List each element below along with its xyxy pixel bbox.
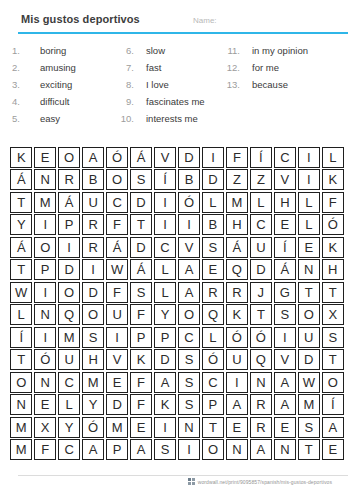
word-label: fast — [146, 62, 161, 73]
grid-cell-r11c1[interactable]: O — [10, 372, 32, 393]
word-number: 8. — [118, 79, 134, 90]
grid-cell-r5c4[interactable]: R — [82, 237, 104, 258]
grid-cell-r10c10[interactable]: U — [226, 349, 248, 370]
word-number: 5. — [10, 113, 20, 124]
word-number: 9. — [118, 96, 134, 107]
grid-cell-r11c4[interactable]: M — [82, 372, 104, 393]
grid-cell-r6c8[interactable]: A — [178, 259, 200, 280]
grid-cell-r4c6[interactable]: T — [130, 214, 152, 235]
grid-cell-r3c9[interactable]: L — [202, 192, 224, 213]
grid-cell-r2c13[interactable]: I — [298, 169, 320, 190]
grid-cell-r3c14[interactable]: F — [322, 192, 344, 213]
grid-cell-r10c9[interactable]: Ó — [202, 349, 224, 370]
wordwall-logo-icon — [188, 478, 195, 485]
word-number: 2. — [10, 62, 20, 73]
grid-cell-r11c8[interactable]: S — [178, 372, 200, 393]
word-list-item: 11.in my opinion — [224, 42, 308, 59]
grid-cell-r1c5[interactable]: Ó — [106, 147, 128, 168]
grid-cell-r2c9[interactable]: D — [202, 169, 224, 190]
grid-cell-r2c5[interactable]: O — [106, 169, 128, 190]
grid-cell-r12c6[interactable]: F — [130, 394, 152, 415]
grid-cell-r13c7[interactable]: I — [154, 417, 176, 438]
grid-cell-r3c11[interactable]: L — [250, 192, 272, 213]
grid-cell-r10c8[interactable]: S — [178, 349, 200, 370]
grid-cell-r14c12[interactable]: N — [274, 439, 296, 460]
word-label: slow — [146, 45, 165, 56]
grid-cell-r2c12[interactable]: V — [274, 169, 296, 190]
grid-cell-r8c7[interactable]: Y — [154, 304, 176, 325]
grid-cell-r13c4[interactable]: Ó — [82, 417, 104, 438]
grid-cell-r14c11[interactable]: A — [250, 439, 272, 460]
word-label: because — [252, 79, 288, 90]
grid-cell-r11c10[interactable]: I — [226, 372, 248, 393]
grid-cell-r2c8[interactable]: B — [178, 169, 200, 190]
grid-cell-r2c7[interactable]: Í — [154, 169, 176, 190]
grid-cell-r13c3[interactable]: Y — [58, 417, 80, 438]
grid-cell-r12c5[interactable]: D — [106, 394, 128, 415]
grid-cell-r4c13[interactable]: L — [298, 214, 320, 235]
grid-cell-r5c11[interactable]: U — [250, 237, 272, 258]
grid-cell-r10c12[interactable]: V — [274, 349, 296, 370]
word-number: 12. — [224, 62, 240, 73]
grid-cell-r10c6[interactable]: K — [130, 349, 152, 370]
grid-cell-r2c10[interactable]: Z — [226, 169, 248, 190]
grid-cell-r9c14[interactable]: S — [322, 327, 344, 348]
grid-cell-r6c6[interactable]: Á — [130, 259, 152, 280]
grid-cell-r5c3[interactable]: I — [58, 237, 80, 258]
grid-cell-r9c10[interactable]: Ó — [226, 327, 248, 348]
grid-cell-r7c12[interactable]: G — [274, 282, 296, 303]
grid-cell-r3c10[interactable]: M — [226, 192, 248, 213]
grid-cell-r3c5[interactable]: C — [106, 192, 128, 213]
grid-cell-r9c2[interactable]: I — [34, 327, 56, 348]
grid-cell-r9c8[interactable]: C — [178, 327, 200, 348]
grid-cell-r13c11[interactable]: R — [250, 417, 272, 438]
word-list-item: 4.difficult — [10, 93, 76, 110]
grid-cell-r4c7[interactable]: I — [154, 214, 176, 235]
grid-cell-r6c4[interactable]: I — [82, 259, 104, 280]
grid-cell-r11c12[interactable]: A — [274, 372, 296, 393]
grid-cell-r5c1[interactable]: Á — [10, 237, 32, 258]
grid-cell-r13c1[interactable]: M — [10, 417, 32, 438]
word-search-grid: KEOAÓÁVDIFÍCILÁNRBOSÍBDZZVIKTMÁUCDIÓLMLH… — [10, 147, 344, 460]
word-label: interests me — [146, 113, 198, 124]
grid-cell-r6c9[interactable]: E — [202, 259, 224, 280]
grid-cell-r10c4[interactable]: H — [82, 349, 104, 370]
grid-cell-r8c3[interactable]: Q — [58, 304, 80, 325]
grid-cell-r6c1[interactable]: T — [10, 259, 32, 280]
word-list-item: 12.for me — [224, 59, 308, 76]
word-list-column-1: 1.boring2.amusing3.exciting4.difficult5.… — [10, 42, 76, 127]
grid-cell-r2c3[interactable]: R — [58, 169, 80, 190]
grid-cell-r1c10[interactable]: F — [226, 147, 248, 168]
grid-cell-r14c8[interactable]: I — [178, 439, 200, 460]
word-list-item: 9.fascinates me — [118, 93, 205, 110]
title-divider — [18, 32, 348, 34]
worksheet-page: Mis gustos deportivos Name: 1.boring2.am… — [0, 0, 353, 500]
grid-cell-r9c13[interactable]: U — [298, 327, 320, 348]
grid-cell-r10c1[interactable]: T — [10, 349, 32, 370]
word-number: 11. — [224, 45, 240, 56]
grid-cell-r2c6[interactable]: S — [130, 169, 152, 190]
grid-cell-r13c14[interactable]: A — [322, 417, 344, 438]
grid-cell-r1c13[interactable]: I — [298, 147, 320, 168]
grid-cell-r2c14[interactable]: K — [322, 169, 344, 190]
grid-cell-r6c14[interactable]: H — [322, 259, 344, 280]
grid-cell-r13c2[interactable]: X — [34, 417, 56, 438]
grid-cell-r10c5[interactable]: V — [106, 349, 128, 370]
grid-cell-r7c13[interactable]: T — [298, 282, 320, 303]
grid-cell-r2c2[interactable]: N — [34, 169, 56, 190]
grid-cell-r7c4[interactable]: D — [82, 282, 104, 303]
word-number: 10. — [118, 113, 134, 124]
grid-cell-r8c9[interactable]: Q — [202, 304, 224, 325]
grid-cell-r1c9[interactable]: I — [202, 147, 224, 168]
grid-cell-r6c10[interactable]: Q — [226, 259, 248, 280]
grid-cell-r5c14[interactable]: K — [322, 237, 344, 258]
grid-cell-r12c7[interactable]: K — [154, 394, 176, 415]
word-list-item: 6.slow — [118, 42, 205, 59]
grid-cell-r9c4[interactable]: S — [82, 327, 104, 348]
grid-cell-r4c8[interactable]: I — [178, 214, 200, 235]
grid-cell-r1c7[interactable]: V — [154, 147, 176, 168]
word-label: for me — [252, 62, 279, 73]
word-list-column-3: 11.in my opinion12.for me13.because — [224, 42, 308, 93]
grid-cell-r2c1[interactable]: Á — [10, 169, 32, 190]
grid-cell-r3c1[interactable]: T — [10, 192, 32, 213]
grid-cell-r12c10[interactable]: A — [226, 394, 248, 415]
grid-cell-r11c2[interactable]: N — [34, 372, 56, 393]
grid-cell-r12c3[interactable]: L — [58, 394, 80, 415]
grid-cell-r13c12[interactable]: E — [274, 417, 296, 438]
grid-cell-r8c8[interactable]: O — [178, 304, 200, 325]
word-number: 4. — [10, 96, 20, 107]
footer: wordwall.net/print/9095857/spanish/mis-g… — [188, 478, 332, 485]
grid-cell-r6c13[interactable]: N — [298, 259, 320, 280]
grid-cell-r10c14[interactable]: T — [322, 349, 344, 370]
word-list-item: 7.fast — [118, 59, 205, 76]
grid-cell-r4c1[interactable]: Y — [10, 214, 32, 235]
grid-cell-r7c5[interactable]: F — [106, 282, 128, 303]
grid-cell-r10c7[interactable]: D — [154, 349, 176, 370]
grid-cell-r13c8[interactable]: N — [178, 417, 200, 438]
grid-cell-r3c6[interactable]: D — [130, 192, 152, 213]
grid-cell-r11c7[interactable]: A — [154, 372, 176, 393]
grid-cell-r6c12[interactable]: Á — [274, 259, 296, 280]
grid-cell-r14c14[interactable]: E — [322, 439, 344, 460]
grid-cell-r12c12[interactable]: A — [274, 394, 296, 415]
grid-cell-r14c5[interactable]: P — [106, 439, 128, 460]
grid-cell-r12c14[interactable]: Í — [322, 394, 344, 415]
grid-cell-r3c7[interactable]: I — [154, 192, 176, 213]
grid-cell-r9c12[interactable]: I — [274, 327, 296, 348]
grid-cell-r3c12[interactable]: H — [274, 192, 296, 213]
grid-cell-r12c13[interactable]: M — [298, 394, 320, 415]
grid-cell-r8c6[interactable]: F — [130, 304, 152, 325]
grid-cell-r14c2[interactable]: F — [34, 439, 56, 460]
grid-cell-r13c10[interactable]: E — [226, 417, 248, 438]
grid-cell-r7c9[interactable]: R — [202, 282, 224, 303]
word-list-column-2: 6.slow7.fast8.I love9.fascinates me10.in… — [118, 42, 205, 127]
word-label: I love — [146, 79, 169, 90]
word-list-item: 5.easy — [10, 110, 76, 127]
grid-cell-r7c10[interactable]: R — [226, 282, 248, 303]
grid-cell-r4c11[interactable]: C — [250, 214, 272, 235]
grid-cell-r10c3[interactable]: U — [58, 349, 80, 370]
grid-cell-r11c3[interactable]: C — [58, 372, 80, 393]
grid-cell-r9c6[interactable]: P — [130, 327, 152, 348]
grid-cell-r11c11[interactable]: N — [250, 372, 272, 393]
grid-cell-r9c11[interactable]: Ó — [250, 327, 272, 348]
grid-cell-r8c14[interactable]: X — [322, 304, 344, 325]
grid-cell-r12c11[interactable]: R — [250, 394, 272, 415]
word-label: boring — [40, 45, 66, 56]
grid-cell-r7c1[interactable]: W — [10, 282, 32, 303]
grid-cell-r1c12[interactable]: C — [274, 147, 296, 168]
grid-cell-r3c8[interactable]: Ó — [178, 192, 200, 213]
grid-cell-r11c14[interactable]: O — [322, 372, 344, 393]
grid-cell-r1c11[interactable]: Í — [250, 147, 272, 168]
grid-cell-r1c8[interactable]: D — [178, 147, 200, 168]
grid-cell-r7c3[interactable]: O — [58, 282, 80, 303]
grid-cell-r8c1[interactable]: L — [10, 304, 32, 325]
word-label: easy — [40, 113, 60, 124]
grid-cell-r6c11[interactable]: D — [250, 259, 272, 280]
grid-cell-r6c7[interactable]: L — [154, 259, 176, 280]
grid-cell-r7c11[interactable]: J — [250, 282, 272, 303]
grid-cell-r1c6[interactable]: Á — [130, 147, 152, 168]
word-list-item: 10.interests me — [118, 110, 205, 127]
grid-cell-r5c7[interactable]: C — [154, 237, 176, 258]
word-list-item: 2.amusing — [10, 59, 76, 76]
grid-cell-r12c1[interactable]: N — [10, 394, 32, 415]
grid-cell-r9c7[interactable]: P — [154, 327, 176, 348]
grid-cell-r10c11[interactable]: Q — [250, 349, 272, 370]
grid-cell-r8c2[interactable]: N — [34, 304, 56, 325]
grid-cell-r6c3[interactable]: D — [58, 259, 80, 280]
grid-cell-r4c9[interactable]: B — [202, 214, 224, 235]
grid-cell-r4c12[interactable]: E — [274, 214, 296, 235]
grid-cell-r11c13[interactable]: W — [298, 372, 320, 393]
grid-cell-r4c2[interactable]: I — [34, 214, 56, 235]
word-label: in my opinion — [252, 45, 308, 56]
word-list-item: 1.boring — [10, 42, 76, 59]
footer-url: wordwall.net/print/9095857/spanish/mis-g… — [198, 479, 332, 485]
grid-cell-r8c12[interactable]: S — [274, 304, 296, 325]
grid-cell-r6c5[interactable]: W — [106, 259, 128, 280]
grid-cell-r4c3[interactable]: P — [58, 214, 80, 235]
grid-cell-r9c3[interactable]: M — [58, 327, 80, 348]
grid-cell-r12c8[interactable]: S — [178, 394, 200, 415]
word-label: exciting — [40, 79, 72, 90]
grid-cell-r2c4[interactable]: B — [82, 169, 104, 190]
grid-cell-r10c13[interactable]: D — [298, 349, 320, 370]
grid-cell-r14c6[interactable]: A — [130, 439, 152, 460]
grid-cell-r11c6[interactable]: F — [130, 372, 152, 393]
grid-cell-r3c3[interactable]: Á — [58, 192, 80, 213]
grid-cell-r1c3[interactable]: O — [58, 147, 80, 168]
grid-cell-r13c5[interactable]: M — [106, 417, 128, 438]
grid-cell-r7c2[interactable]: I — [34, 282, 56, 303]
grid-cell-r13c13[interactable]: S — [298, 417, 320, 438]
grid-cell-r3c2[interactable]: M — [34, 192, 56, 213]
word-number: 6. — [118, 45, 134, 56]
grid-cell-r2c11[interactable]: Z — [250, 169, 272, 190]
word-list-item: 8.I love — [118, 76, 205, 93]
word-number: 3. — [10, 79, 20, 90]
grid-cell-r14c9[interactable]: O — [202, 439, 224, 460]
grid-cell-r5c5[interactable]: Á — [106, 237, 128, 258]
grid-cell-r9c5[interactable]: I — [106, 327, 128, 348]
grid-cell-r1c4[interactable]: A — [82, 147, 104, 168]
grid-cell-r14c3[interactable]: C — [58, 439, 80, 460]
grid-cell-r12c9[interactable]: P — [202, 394, 224, 415]
footer-divider — [18, 475, 348, 476]
grid-cell-r1c14[interactable]: L — [322, 147, 344, 168]
grid-cell-r13c9[interactable]: T — [202, 417, 224, 438]
grid-cell-r8c5[interactable]: U — [106, 304, 128, 325]
grid-cell-r4c10[interactable]: H — [226, 214, 248, 235]
grid-cell-r4c14[interactable]: Ó — [322, 214, 344, 235]
grid-cell-r8c13[interactable]: O — [298, 304, 320, 325]
grid-cell-r7c8[interactable]: A — [178, 282, 200, 303]
grid-cell-r14c4[interactable]: A — [82, 439, 104, 460]
grid-cell-r11c9[interactable]: C — [202, 372, 224, 393]
grid-cell-r12c4[interactable]: Y — [82, 394, 104, 415]
grid-cell-r9c1[interactable]: Í — [10, 327, 32, 348]
grid-cell-r7c6[interactable]: S — [130, 282, 152, 303]
name-field-label: Name: — [193, 16, 217, 25]
grid-cell-r14c7[interactable]: S — [154, 439, 176, 460]
word-list-item: 3.exciting — [10, 76, 76, 93]
grid-cell-r10c2[interactable]: Ó — [34, 349, 56, 370]
grid-cell-r12c2[interactable]: E — [34, 394, 56, 415]
grid-cell-r5c9[interactable]: S — [202, 237, 224, 258]
page-title: Mis gustos deportivos — [21, 13, 140, 25]
grid-cell-r8c11[interactable]: T — [250, 304, 272, 325]
grid-cell-r3c4[interactable]: U — [82, 192, 104, 213]
word-number: 7. — [118, 62, 134, 73]
grid-cell-r7c14[interactable]: T — [322, 282, 344, 303]
grid-cell-r5c6[interactable]: D — [130, 237, 152, 258]
grid-cell-r8c4[interactable]: O — [82, 304, 104, 325]
grid-cell-r11c5[interactable]: E — [106, 372, 128, 393]
word-label: fascinates me — [146, 96, 205, 107]
grid-cell-r9c9[interactable]: L — [202, 327, 224, 348]
grid-cell-r5c10[interactable]: Á — [226, 237, 248, 258]
grid-cell-r14c1[interactable]: M — [10, 439, 32, 460]
grid-cell-r4c5[interactable]: F — [106, 214, 128, 235]
grid-cell-r13c6[interactable]: E — [130, 417, 152, 438]
grid-cell-r3c13[interactable]: L — [298, 192, 320, 213]
grid-cell-r7c7[interactable]: L — [154, 282, 176, 303]
grid-cell-r6c2[interactable]: P — [34, 259, 56, 280]
grid-cell-r14c13[interactable]: T — [298, 439, 320, 460]
grid-cell-r1c2[interactable]: E — [34, 147, 56, 168]
word-number: 13. — [224, 79, 240, 90]
grid-cell-r5c8[interactable]: V — [178, 237, 200, 258]
word-list-item: 13.because — [224, 76, 308, 93]
grid-cell-r5c12[interactable]: Í — [274, 237, 296, 258]
word-label: amusing — [40, 62, 76, 73]
grid-cell-r5c13[interactable]: E — [298, 237, 320, 258]
grid-cell-r14c10[interactable]: N — [226, 439, 248, 460]
word-label: difficult — [40, 96, 69, 107]
grid-cell-r5c2[interactable]: O — [34, 237, 56, 258]
word-number: 1. — [10, 45, 20, 56]
grid-cell-r8c10[interactable]: K — [226, 304, 248, 325]
grid-cell-r4c4[interactable]: R — [82, 214, 104, 235]
grid-cell-r1c1[interactable]: K — [10, 147, 32, 168]
